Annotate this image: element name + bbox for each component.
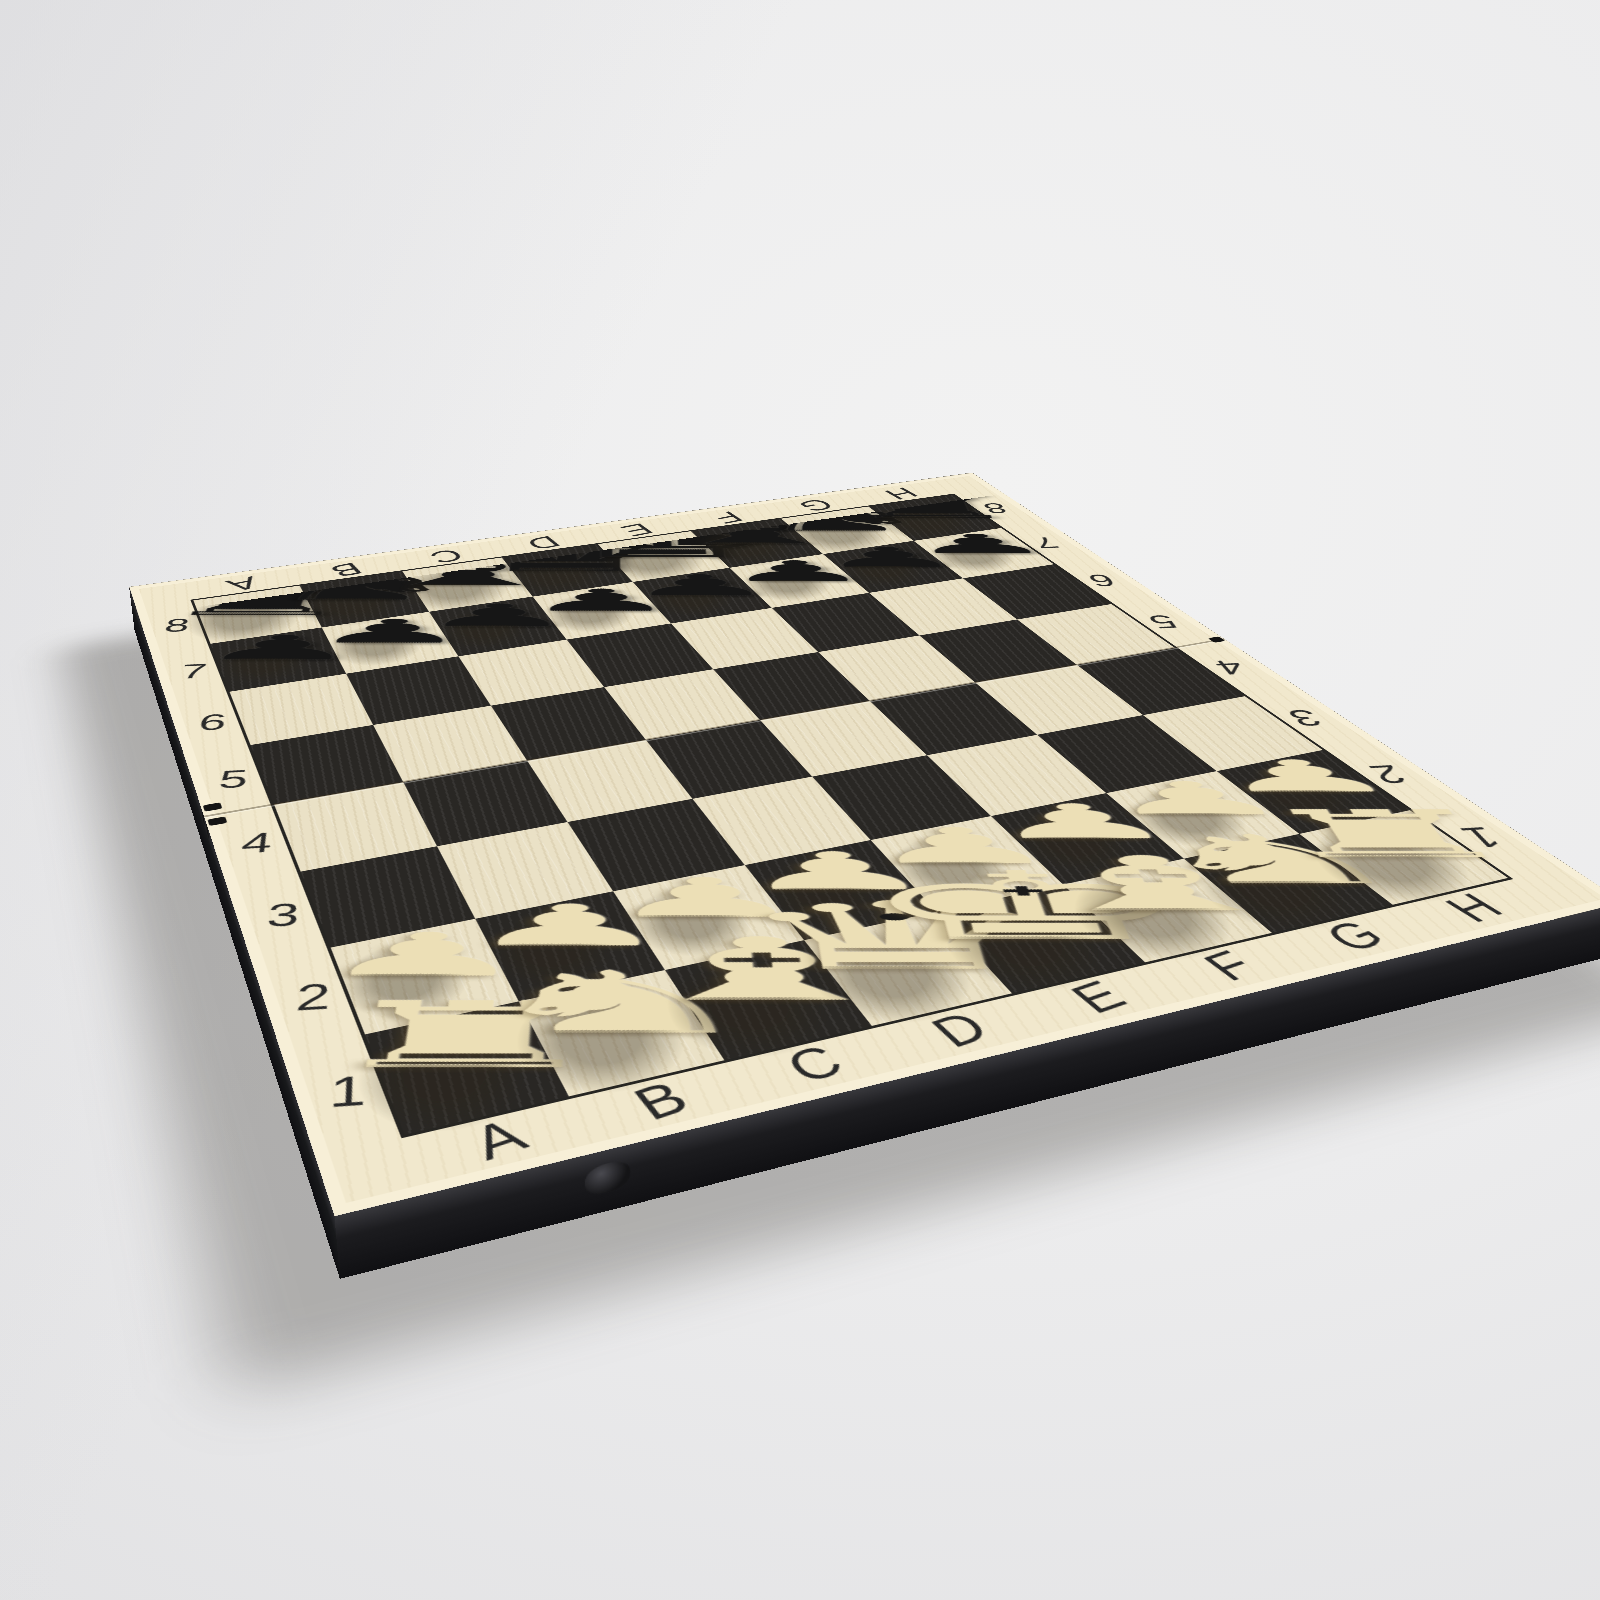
file-label-bottom-F: F xyxy=(1189,944,1270,987)
square-f3[interactable] xyxy=(927,735,1106,816)
square-f2[interactable] xyxy=(991,793,1184,884)
square-d2[interactable] xyxy=(745,840,937,940)
square-b4[interactable] xyxy=(403,761,567,847)
rank-label-left-6: 6 xyxy=(188,711,237,734)
hinge-tab-icon xyxy=(207,816,227,826)
square-g3[interactable] xyxy=(1037,715,1217,793)
square-d3[interactable] xyxy=(692,777,870,866)
square-a3[interactable] xyxy=(301,846,476,947)
square-c4[interactable] xyxy=(527,740,692,822)
latch-knob-icon xyxy=(585,1158,631,1198)
rank-label-left-2: 2 xyxy=(283,978,342,1015)
file-label-bottom-G: G xyxy=(1315,916,1395,957)
square-g1[interactable] xyxy=(1184,834,1393,933)
rank-label-left-3: 3 xyxy=(255,899,311,931)
square-h2[interactable] xyxy=(1217,750,1410,834)
square-d1[interactable] xyxy=(804,912,1012,1026)
file-label-bottom-E: E xyxy=(1058,975,1139,1020)
file-label-bottom-A: A xyxy=(458,1111,541,1167)
rank-label-left-5: 5 xyxy=(208,766,259,791)
square-a2[interactable] xyxy=(331,919,519,1035)
file-label-bottom-D: D xyxy=(919,1006,1001,1054)
square-e3[interactable] xyxy=(812,755,991,840)
square-e2[interactable] xyxy=(871,816,1064,912)
square-b3[interactable] xyxy=(437,822,613,919)
square-f1[interactable] xyxy=(1063,859,1272,963)
square-g2[interactable] xyxy=(1106,771,1299,859)
chess-set-photo: 8765432187654321ABCDEFGHABCDEFGH ♜♞♝♛♚♝♞… xyxy=(0,0,1600,1600)
file-label-bottom-B: B xyxy=(620,1074,703,1127)
rank-label-left-7: 7 xyxy=(171,661,217,681)
chess-board: 8765432187654321ABCDEFGHABCDEFGH ♜♞♝♛♚♝♞… xyxy=(129,473,1600,1217)
square-d4[interactable] xyxy=(646,720,812,799)
square-a1[interactable] xyxy=(365,1001,569,1134)
square-b2[interactable] xyxy=(475,891,665,1001)
square-a5[interactable] xyxy=(251,725,404,805)
square-e1[interactable] xyxy=(937,885,1145,994)
square-c1[interactable] xyxy=(665,940,872,1060)
square-c2[interactable] xyxy=(613,865,804,970)
hinge-tab-icon xyxy=(203,802,223,811)
rank-label-right-2: 2 xyxy=(1356,762,1422,787)
square-c3[interactable] xyxy=(568,799,745,892)
rank-label-right-1: 1 xyxy=(1446,824,1518,852)
rank-label-left-1: 1 xyxy=(316,1070,378,1113)
file-label-bottom-H: H xyxy=(1434,888,1514,927)
square-a4[interactable] xyxy=(274,782,437,872)
rank-label-right-3: 3 xyxy=(1275,707,1336,729)
file-label-bottom-C: C xyxy=(774,1039,856,1089)
square-b1[interactable] xyxy=(519,970,725,1096)
square-h1[interactable] xyxy=(1299,810,1508,905)
rank-label-left-4: 4 xyxy=(230,828,283,857)
